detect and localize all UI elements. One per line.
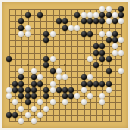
white-stone[interactable] xyxy=(56,74,62,80)
white-stone[interactable] xyxy=(87,93,93,99)
go-board[interactable] xyxy=(2,2,128,128)
white-stone[interactable] xyxy=(112,50,118,56)
black-stone[interactable] xyxy=(68,93,74,99)
black-stone[interactable] xyxy=(56,18,62,24)
white-stone[interactable] xyxy=(37,99,43,105)
black-stone[interactable] xyxy=(106,37,112,43)
black-stone[interactable] xyxy=(106,68,112,74)
grid-line-horizontal xyxy=(9,121,122,122)
white-stone[interactable] xyxy=(87,56,93,62)
white-stone[interactable] xyxy=(106,31,112,37)
black-stone[interactable] xyxy=(31,87,37,93)
black-stone[interactable] xyxy=(25,87,31,93)
black-stone[interactable] xyxy=(93,43,99,49)
black-stone[interactable] xyxy=(18,25,24,31)
black-stone[interactable] xyxy=(12,87,18,93)
white-stone[interactable] xyxy=(112,43,118,49)
white-stone[interactable] xyxy=(25,31,31,37)
black-stone[interactable] xyxy=(43,56,49,62)
black-stone[interactable] xyxy=(99,81,105,87)
black-stone[interactable] xyxy=(99,56,105,62)
black-stone[interactable] xyxy=(43,87,49,93)
black-stone[interactable] xyxy=(93,62,99,68)
white-stone[interactable] xyxy=(74,93,80,99)
white-stone[interactable] xyxy=(87,12,93,18)
black-stone[interactable] xyxy=(43,37,49,43)
white-stone[interactable] xyxy=(31,118,37,124)
white-stone[interactable] xyxy=(99,93,105,99)
black-stone[interactable] xyxy=(37,12,43,18)
black-stone[interactable] xyxy=(99,50,105,56)
black-stone[interactable] xyxy=(106,56,112,62)
grid-line-horizontal xyxy=(9,71,122,72)
black-stone[interactable] xyxy=(12,112,18,118)
black-stone[interactable] xyxy=(43,31,49,37)
white-stone[interactable] xyxy=(81,99,87,105)
white-stone[interactable] xyxy=(18,31,24,37)
grid-line-vertical xyxy=(121,9,122,122)
white-stone[interactable] xyxy=(118,18,124,24)
black-stone[interactable] xyxy=(99,43,105,49)
black-stone[interactable] xyxy=(81,81,87,87)
black-stone[interactable] xyxy=(56,87,62,93)
white-stone[interactable] xyxy=(118,68,124,74)
white-stone[interactable] xyxy=(18,106,24,112)
white-stone[interactable] xyxy=(87,74,93,80)
grid-line-vertical xyxy=(90,9,91,122)
white-stone[interactable] xyxy=(31,106,37,112)
black-stone[interactable] xyxy=(62,18,68,24)
black-stone[interactable] xyxy=(87,81,93,87)
black-stone[interactable] xyxy=(37,81,43,87)
black-stone[interactable] xyxy=(81,74,87,80)
grid-line-vertical xyxy=(109,9,110,122)
white-stone[interactable] xyxy=(12,99,18,105)
black-stone[interactable] xyxy=(81,18,87,24)
black-stone[interactable] xyxy=(18,93,24,99)
black-stone[interactable] xyxy=(68,87,74,93)
black-stone[interactable] xyxy=(12,81,18,87)
black-stone[interactable] xyxy=(50,68,56,74)
white-stone[interactable] xyxy=(99,6,105,12)
black-stone[interactable] xyxy=(112,31,118,37)
black-stone[interactable] xyxy=(118,12,124,18)
white-stone[interactable] xyxy=(50,81,56,87)
white-stone[interactable] xyxy=(81,12,87,18)
black-stone[interactable] xyxy=(62,87,68,93)
white-stone[interactable] xyxy=(31,68,37,74)
black-stone[interactable] xyxy=(6,56,12,62)
black-stone[interactable] xyxy=(18,81,24,87)
white-stone[interactable] xyxy=(118,37,124,43)
white-stone[interactable] xyxy=(6,93,12,99)
white-stone[interactable] xyxy=(106,18,112,24)
white-stone[interactable] xyxy=(6,87,12,93)
grid-line-horizontal xyxy=(9,109,122,110)
white-stone[interactable] xyxy=(50,31,56,37)
white-stone[interactable] xyxy=(74,25,80,31)
white-stone[interactable] xyxy=(62,99,68,105)
black-stone[interactable] xyxy=(93,18,99,24)
white-stone[interactable] xyxy=(50,56,56,62)
white-stone[interactable] xyxy=(106,87,112,93)
go-app-screen xyxy=(0,0,130,130)
black-stone[interactable] xyxy=(18,87,24,93)
black-stone[interactable] xyxy=(62,25,68,31)
white-stone[interactable] xyxy=(37,74,43,80)
white-stone[interactable] xyxy=(93,12,99,18)
black-stone[interactable] xyxy=(31,81,37,87)
black-stone[interactable] xyxy=(25,12,31,18)
black-stone[interactable] xyxy=(93,50,99,56)
black-stone[interactable] xyxy=(43,62,49,68)
white-stone[interactable] xyxy=(43,106,49,112)
star-point xyxy=(27,64,29,66)
black-stone[interactable] xyxy=(112,18,118,24)
black-stone[interactable] xyxy=(99,18,105,24)
white-stone[interactable] xyxy=(118,50,124,56)
white-stone[interactable] xyxy=(18,118,24,124)
white-stone[interactable] xyxy=(18,68,24,74)
black-stone[interactable] xyxy=(87,18,93,24)
white-stone[interactable] xyxy=(106,6,112,12)
black-stone[interactable] xyxy=(62,93,68,99)
white-stone[interactable] xyxy=(99,31,105,37)
black-stone[interactable] xyxy=(31,93,37,99)
black-stone[interactable] xyxy=(31,74,37,80)
grid-line-vertical xyxy=(115,9,116,122)
white-stone[interactable] xyxy=(50,87,56,93)
black-stone[interactable] xyxy=(87,31,93,37)
black-stone[interactable] xyxy=(18,74,24,80)
white-stone[interactable] xyxy=(68,25,74,31)
white-stone[interactable] xyxy=(81,87,87,93)
black-stone[interactable] xyxy=(112,37,118,43)
black-stone[interactable] xyxy=(25,93,31,99)
black-stone[interactable] xyxy=(118,6,124,12)
white-stone[interactable] xyxy=(25,112,31,118)
white-stone[interactable] xyxy=(25,25,31,31)
white-stone[interactable] xyxy=(50,99,56,105)
black-stone[interactable] xyxy=(106,81,112,87)
white-stone[interactable] xyxy=(112,12,118,18)
black-stone[interactable] xyxy=(81,31,87,37)
black-stone[interactable] xyxy=(6,112,12,118)
black-stone[interactable] xyxy=(93,81,99,87)
black-stone[interactable] xyxy=(43,93,49,99)
star-point xyxy=(64,64,66,66)
black-stone[interactable] xyxy=(74,12,80,18)
black-stone[interactable] xyxy=(106,12,112,18)
white-stone[interactable] xyxy=(62,74,68,80)
white-stone[interactable] xyxy=(37,112,43,118)
black-stone[interactable] xyxy=(25,99,31,105)
black-stone[interactable] xyxy=(18,18,24,24)
white-stone[interactable] xyxy=(56,68,62,74)
black-stone[interactable] xyxy=(99,12,105,18)
white-stone[interactable] xyxy=(99,99,105,105)
